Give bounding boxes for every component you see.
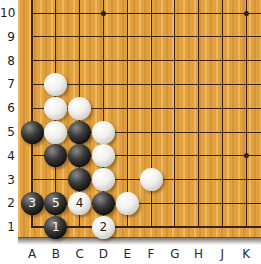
row-label-3: 3 xyxy=(0,172,15,188)
white-stone-F3[interactable] xyxy=(140,168,163,191)
move-number-label: 4 xyxy=(76,197,84,209)
column-label-C: C xyxy=(70,246,90,262)
white-stone-E2[interactable] xyxy=(116,192,139,215)
column-label-E: E xyxy=(117,246,137,262)
white-stone-D3[interactable] xyxy=(92,168,115,191)
white-stone-D5[interactable] xyxy=(92,121,115,144)
white-stone-C2[interactable]: 4 xyxy=(68,192,91,215)
column-label-A: A xyxy=(22,246,42,262)
grid-line-row-8 xyxy=(31,60,261,61)
grid-line-column-J xyxy=(222,0,223,228)
row-label-5: 5 xyxy=(0,124,15,140)
row-label-10: 10 xyxy=(0,5,15,21)
row-label-4: 4 xyxy=(0,148,15,164)
black-stone-B1[interactable]: 1 xyxy=(44,216,67,239)
move-number-label: 1 xyxy=(52,221,60,233)
white-stone-B5[interactable] xyxy=(44,121,67,144)
column-label-F: F xyxy=(141,246,161,262)
white-stone-C6[interactable] xyxy=(68,97,91,120)
black-stone-D2[interactable] xyxy=(92,192,115,215)
column-label-K: K xyxy=(236,246,256,262)
row-label-2: 2 xyxy=(0,195,15,211)
move-number-label: 2 xyxy=(100,221,108,233)
row-label-7: 7 xyxy=(0,76,15,92)
row-label-6: 6 xyxy=(0,100,15,116)
grid-line-column-H xyxy=(198,0,199,228)
column-label-J: J xyxy=(212,246,232,262)
star-point-D10 xyxy=(101,11,106,16)
grid-line-column-F xyxy=(151,0,152,228)
white-stone-D1[interactable]: 2 xyxy=(92,216,115,239)
column-label-D: D xyxy=(93,246,113,262)
white-stone-B6[interactable] xyxy=(44,97,67,120)
star-point-K10 xyxy=(244,11,249,16)
column-label-G: G xyxy=(165,246,185,262)
column-label-H: H xyxy=(189,246,209,262)
move-number-label: 3 xyxy=(28,197,36,209)
black-stone-A2[interactable]: 3 xyxy=(21,192,44,215)
grid-line-column-K xyxy=(246,0,247,228)
grid-line-row-9 xyxy=(31,36,261,37)
grid-line-row-10 xyxy=(31,13,261,14)
row-label-8: 8 xyxy=(0,53,15,69)
go-board-diagram: 3541210987654321ABCDEFGHJK xyxy=(0,0,261,264)
grid-line-column-G xyxy=(174,0,175,228)
black-stone-A5[interactable] xyxy=(21,121,44,144)
row-label-9: 9 xyxy=(0,29,15,45)
black-stone-C5[interactable] xyxy=(68,121,91,144)
row-label-1: 1 xyxy=(0,219,15,235)
move-number-label: 5 xyxy=(52,197,60,209)
column-label-B: B xyxy=(46,246,66,262)
